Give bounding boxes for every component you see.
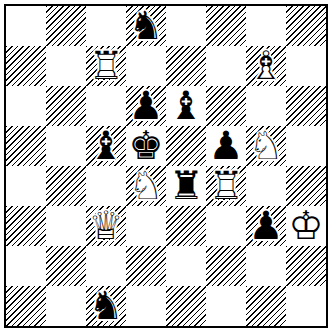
- square-h6[interactable]: [286, 86, 326, 126]
- square-b1[interactable]: [46, 286, 86, 326]
- square-c3[interactable]: ♛♕: [86, 206, 126, 246]
- piece-white-knight-fill: ♞: [246, 126, 286, 166]
- square-e7[interactable]: [166, 46, 206, 86]
- square-b2[interactable]: [46, 246, 86, 286]
- chessboard: ♞♜♖♝♗♟♝♝♚♟♞♘♞♘♜♜♖♛♕♟♚♔♞: [6, 6, 326, 326]
- square-e3[interactable]: [166, 206, 206, 246]
- piece-black-pawn: ♟: [246, 206, 286, 246]
- square-a1[interactable]: [6, 286, 46, 326]
- piece-black-bishop: ♝: [86, 126, 126, 166]
- square-c7[interactable]: ♜♖: [86, 46, 126, 86]
- square-d5[interactable]: ♚: [126, 126, 166, 166]
- square-a6[interactable]: [6, 86, 46, 126]
- square-h7[interactable]: [286, 46, 326, 86]
- piece-white-knight: ♘: [126, 166, 166, 206]
- square-g5[interactable]: ♞♘: [246, 126, 286, 166]
- piece-white-knight-fill: ♞: [126, 166, 166, 206]
- piece-black-rook: ♜: [166, 166, 206, 206]
- square-c1[interactable]: ♞: [86, 286, 126, 326]
- square-d4[interactable]: ♞♘: [126, 166, 166, 206]
- square-b5[interactable]: [46, 126, 86, 166]
- square-f6[interactable]: [206, 86, 246, 126]
- square-d1[interactable]: [126, 286, 166, 326]
- piece-white-queen-fill: ♛: [86, 206, 126, 246]
- square-f3[interactable]: [206, 206, 246, 246]
- square-b7[interactable]: [46, 46, 86, 86]
- square-g3[interactable]: ♟: [246, 206, 286, 246]
- square-g1[interactable]: [246, 286, 286, 326]
- square-d8[interactable]: ♞: [126, 6, 166, 46]
- square-c6[interactable]: [86, 86, 126, 126]
- square-c8[interactable]: [86, 6, 126, 46]
- square-h3[interactable]: ♚♔: [286, 206, 326, 246]
- square-f5[interactable]: ♟: [206, 126, 246, 166]
- square-c5[interactable]: ♝: [86, 126, 126, 166]
- square-e4[interactable]: ♜: [166, 166, 206, 206]
- square-g4[interactable]: [246, 166, 286, 206]
- square-f1[interactable]: [206, 286, 246, 326]
- square-f7[interactable]: [206, 46, 246, 86]
- square-b6[interactable]: [46, 86, 86, 126]
- piece-white-rook: ♖: [86, 46, 126, 86]
- square-f2[interactable]: [206, 246, 246, 286]
- square-e8[interactable]: [166, 6, 206, 46]
- square-a3[interactable]: [6, 206, 46, 246]
- square-g7[interactable]: ♝♗: [246, 46, 286, 86]
- page: ♞♜♖♝♗♟♝♝♚♟♞♘♞♘♜♜♖♛♕♟♚♔♞: [0, 0, 332, 332]
- square-a7[interactable]: [6, 46, 46, 86]
- square-a2[interactable]: [6, 246, 46, 286]
- piece-white-bishop-fill: ♝: [246, 46, 286, 86]
- piece-white-king-fill: ♚: [286, 206, 326, 246]
- square-h5[interactable]: [286, 126, 326, 166]
- square-c4[interactable]: [86, 166, 126, 206]
- square-e6[interactable]: ♝: [166, 86, 206, 126]
- square-d7[interactable]: [126, 46, 166, 86]
- square-h4[interactable]: [286, 166, 326, 206]
- piece-black-pawn: ♟: [126, 86, 166, 126]
- piece-white-rook: ♖: [206, 166, 246, 206]
- square-g2[interactable]: [246, 246, 286, 286]
- piece-white-rook-fill: ♜: [206, 166, 246, 206]
- square-h2[interactable]: [286, 246, 326, 286]
- piece-white-rook-fill: ♜: [86, 46, 126, 86]
- square-e2[interactable]: [166, 246, 206, 286]
- piece-white-queen: ♕: [86, 206, 126, 246]
- piece-black-knight: ♞: [86, 286, 126, 326]
- piece-white-king: ♔: [286, 206, 326, 246]
- square-h1[interactable]: [286, 286, 326, 326]
- piece-white-knight: ♘: [246, 126, 286, 166]
- square-a5[interactable]: [6, 126, 46, 166]
- square-b3[interactable]: [46, 206, 86, 246]
- piece-black-pawn: ♟: [206, 126, 246, 166]
- square-h8[interactable]: [286, 6, 326, 46]
- piece-black-king: ♚: [126, 126, 166, 166]
- square-c2[interactable]: [86, 246, 126, 286]
- square-b8[interactable]: [46, 6, 86, 46]
- square-d2[interactable]: [126, 246, 166, 286]
- piece-black-bishop: ♝: [166, 86, 206, 126]
- square-f4[interactable]: ♜♖: [206, 166, 246, 206]
- square-g6[interactable]: [246, 86, 286, 126]
- square-g8[interactable]: [246, 6, 286, 46]
- square-e5[interactable]: [166, 126, 206, 166]
- square-d6[interactable]: ♟: [126, 86, 166, 126]
- piece-black-knight: ♞: [126, 6, 166, 46]
- square-b4[interactable]: [46, 166, 86, 206]
- square-f8[interactable]: [206, 6, 246, 46]
- chessboard-frame: ♞♜♖♝♗♟♝♝♚♟♞♘♞♘♜♜♖♛♕♟♚♔♞: [4, 4, 328, 328]
- square-a4[interactable]: [6, 166, 46, 206]
- piece-white-bishop: ♗: [246, 46, 286, 86]
- square-d3[interactable]: [126, 206, 166, 246]
- square-e1[interactable]: [166, 286, 206, 326]
- square-a8[interactable]: [6, 6, 46, 46]
